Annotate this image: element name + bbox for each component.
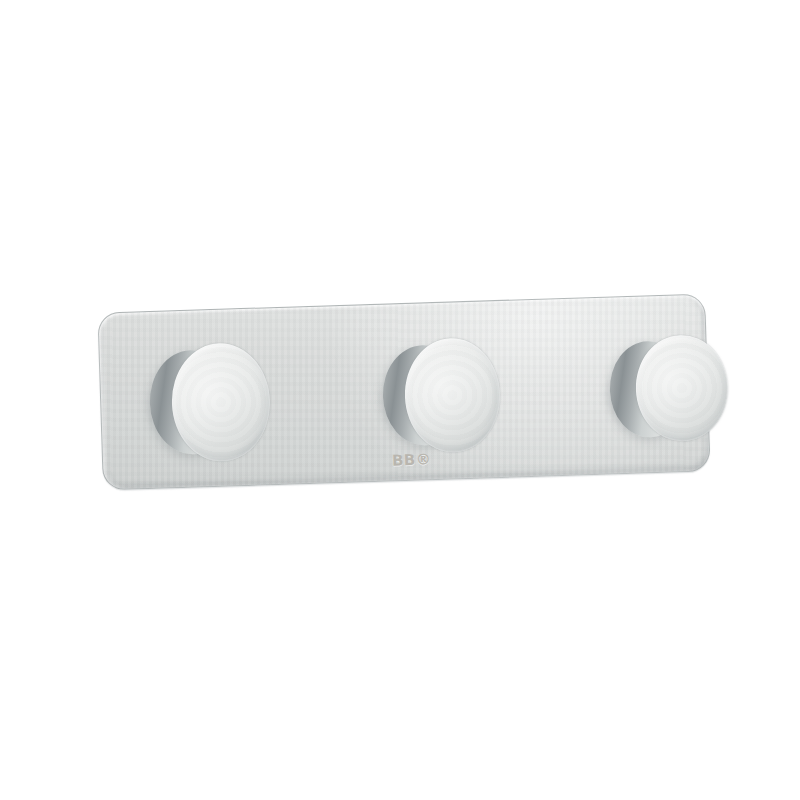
brand-engraving: BB® <box>392 450 432 469</box>
hook-knob-middle <box>353 330 512 465</box>
hook-knob-left <box>118 335 283 476</box>
hook-knob-right <box>581 327 735 457</box>
product-photo-scene: BB® <box>0 0 800 800</box>
